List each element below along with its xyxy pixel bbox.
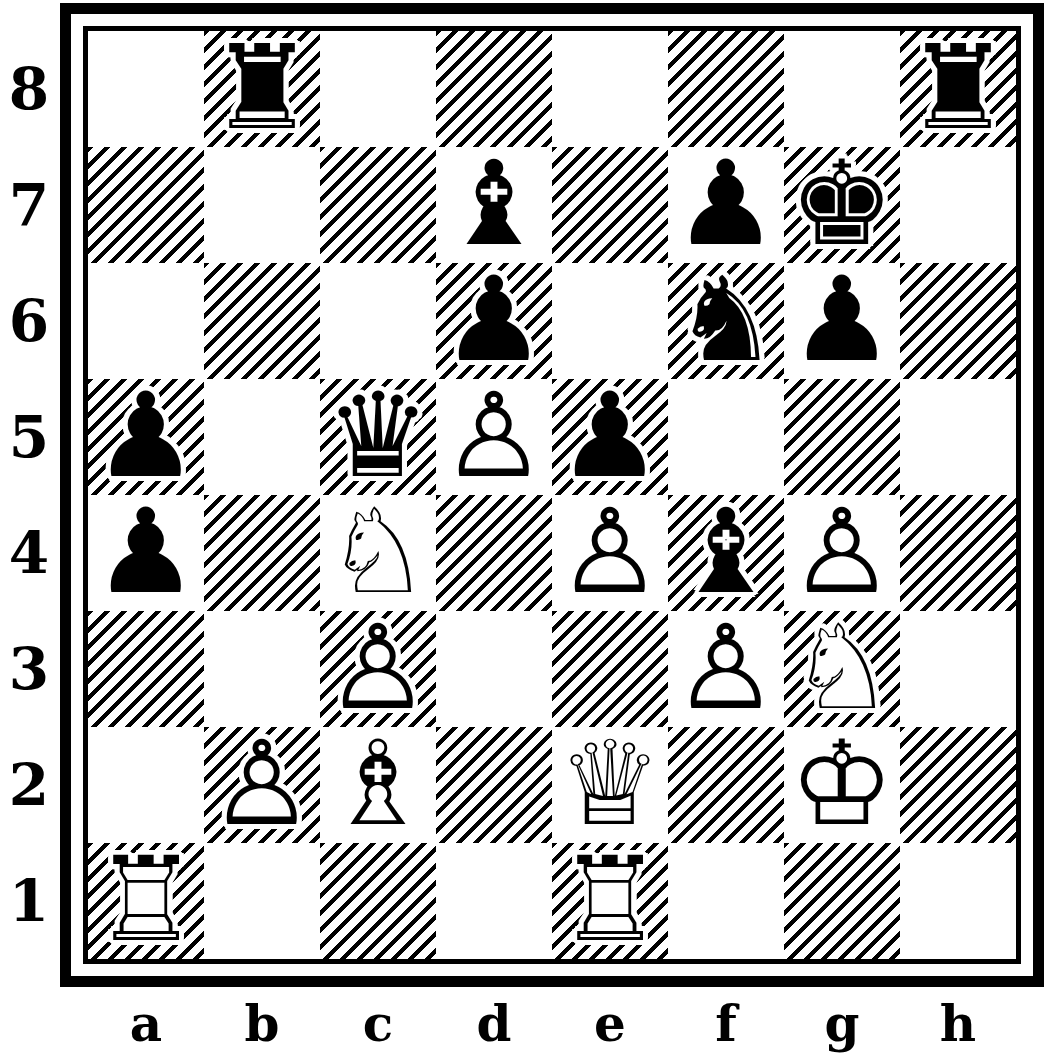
board-frame: ♜♜♜♜♝♝♟♟♚♚♟♟♞♞♟♟♟♟♛♛♟♙♟♟♟♟♞♘♟♙♝♝♟♙♟♙♟♙♞♘… [60, 3, 1044, 987]
black-pawn-d6: ♟♟ [436, 263, 552, 379]
square-c1[interactable] [320, 843, 436, 959]
square-b6[interactable] [204, 263, 320, 379]
white-knight-c4: ♞♘ [320, 495, 436, 611]
square-g8[interactable] [784, 31, 900, 147]
white-pawn-g4: ♟♙ [784, 495, 900, 611]
white-rook-e1: ♜♖ [552, 843, 668, 959]
white-rook-icon: ♖ [552, 843, 668, 959]
black-pawn-f7: ♟♟ [668, 147, 784, 263]
square-c6[interactable] [320, 263, 436, 379]
square-d8[interactable] [436, 31, 552, 147]
white-pawn-icon: ♙ [204, 727, 320, 843]
file-label-f: f [668, 990, 784, 1056]
square-c7[interactable] [320, 147, 436, 263]
black-rook-icon: ♜ [204, 31, 320, 147]
rank-label-1: 1 [0, 843, 58, 959]
square-h1[interactable] [900, 843, 1016, 959]
rank-label-3: 3 [0, 611, 58, 727]
rank-label-7: 7 [0, 147, 58, 263]
board-inner-border: ♜♜♜♜♝♝♟♟♚♚♟♟♞♞♟♟♟♟♛♛♟♙♟♟♟♟♞♘♟♙♝♝♟♙♟♙♟♙♞♘… [83, 26, 1021, 964]
black-king-g7: ♚♚ [784, 147, 900, 263]
black-queen-icon: ♛ [320, 379, 436, 495]
rank-label-8: 8 [0, 31, 58, 147]
square-e5[interactable]: ♟♟ [552, 379, 668, 495]
square-g2[interactable]: ♚♔ [784, 727, 900, 843]
black-pawn-e5: ♟♟ [552, 379, 668, 495]
square-h6[interactable] [900, 263, 1016, 379]
white-pawn-e4: ♟♙ [552, 495, 668, 611]
square-a6[interactable] [88, 263, 204, 379]
square-f6[interactable]: ♞♞ [668, 263, 784, 379]
square-f4[interactable]: ♝♝ [668, 495, 784, 611]
black-king-icon: ♚ [784, 147, 900, 263]
square-a2[interactable] [88, 727, 204, 843]
square-a1[interactable]: ♜♖ [88, 843, 204, 959]
square-f1[interactable] [668, 843, 784, 959]
black-pawn-a5: ♟♟ [88, 379, 204, 495]
white-pawn-icon: ♙ [668, 611, 784, 727]
white-knight-g3: ♞♘ [784, 611, 900, 727]
white-knight-icon: ♘ [784, 611, 900, 727]
black-pawn-icon: ♟ [784, 263, 900, 379]
black-pawn-icon: ♟ [436, 263, 552, 379]
white-queen-icon: ♕ [552, 727, 668, 843]
square-d1[interactable] [436, 843, 552, 959]
white-pawn-icon: ♙ [552, 495, 668, 611]
black-rook-icon: ♜ [900, 31, 1016, 147]
square-d3[interactable] [436, 611, 552, 727]
square-h5[interactable] [900, 379, 1016, 495]
square-g7[interactable]: ♚♚ [784, 147, 900, 263]
square-e8[interactable] [552, 31, 668, 147]
white-pawn-b2: ♟♙ [204, 727, 320, 843]
file-label-e: e [552, 990, 668, 1056]
square-b7[interactable] [204, 147, 320, 263]
square-d6[interactable]: ♟♟ [436, 263, 552, 379]
white-bishop-c2: ♝♗ [320, 727, 436, 843]
square-b2[interactable]: ♟♙ [204, 727, 320, 843]
rank-label-6: 6 [0, 263, 58, 379]
square-d7[interactable]: ♝♝ [436, 147, 552, 263]
white-pawn-d5: ♟♙ [436, 379, 552, 495]
square-g5[interactable] [784, 379, 900, 495]
square-b8[interactable]: ♜♜ [204, 31, 320, 147]
square-c8[interactable] [320, 31, 436, 147]
square-e6[interactable] [552, 263, 668, 379]
white-pawn-icon: ♙ [320, 611, 436, 727]
square-f2[interactable] [668, 727, 784, 843]
square-b1[interactable] [204, 843, 320, 959]
square-a7[interactable] [88, 147, 204, 263]
black-knight-f6: ♞♞ [668, 263, 784, 379]
black-bishop-icon: ♝ [436, 147, 552, 263]
rank-label-2: 2 [0, 727, 58, 843]
file-labels: abcdefgh [88, 990, 1016, 1056]
square-a5[interactable]: ♟♟ [88, 379, 204, 495]
square-b4[interactable] [204, 495, 320, 611]
square-h3[interactable] [900, 611, 1016, 727]
square-g1[interactable] [784, 843, 900, 959]
square-e1[interactable]: ♜♖ [552, 843, 668, 959]
square-g6[interactable]: ♟♟ [784, 263, 900, 379]
white-knight-icon: ♘ [320, 495, 436, 611]
file-label-c: c [320, 990, 436, 1056]
black-pawn-a4: ♟♟ [88, 495, 204, 611]
black-bishop-icon: ♝ [668, 495, 784, 611]
rank-label-4: 4 [0, 495, 58, 611]
white-rook-a1: ♜♖ [88, 843, 204, 959]
white-pawn-c3: ♟♙ [320, 611, 436, 727]
black-rook-h8: ♜♜ [900, 31, 1016, 147]
square-e7[interactable] [552, 147, 668, 263]
square-e2[interactable]: ♛♕ [552, 727, 668, 843]
black-bishop-d7: ♝♝ [436, 147, 552, 263]
square-f7[interactable]: ♟♟ [668, 147, 784, 263]
square-e4[interactable]: ♟♙ [552, 495, 668, 611]
black-pawn-g6: ♟♟ [784, 263, 900, 379]
black-rook-b8: ♜♜ [204, 31, 320, 147]
square-f3[interactable]: ♟♙ [668, 611, 784, 727]
black-pawn-icon: ♟ [88, 379, 204, 495]
white-pawn-icon: ♙ [784, 495, 900, 611]
white-queen-e2: ♛♕ [552, 727, 668, 843]
square-e3[interactable] [552, 611, 668, 727]
black-bishop-f4: ♝♝ [668, 495, 784, 611]
square-a3[interactable] [88, 611, 204, 727]
file-label-a: a [88, 990, 204, 1056]
square-d5[interactable]: ♟♙ [436, 379, 552, 495]
square-c2[interactable]: ♝♗ [320, 727, 436, 843]
square-b5[interactable] [204, 379, 320, 495]
square-d4[interactable] [436, 495, 552, 611]
file-label-d: d [436, 990, 552, 1056]
square-h2[interactable] [900, 727, 1016, 843]
square-g4[interactable]: ♟♙ [784, 495, 900, 611]
square-h4[interactable] [900, 495, 1016, 611]
square-c5[interactable]: ♛♛ [320, 379, 436, 495]
square-c3[interactable]: ♟♙ [320, 611, 436, 727]
black-knight-icon: ♞ [668, 263, 784, 379]
black-pawn-icon: ♟ [668, 147, 784, 263]
rank-label-5: 5 [0, 379, 58, 495]
white-bishop-icon: ♗ [320, 727, 436, 843]
black-pawn-icon: ♟ [552, 379, 668, 495]
square-a8[interactable] [88, 31, 204, 147]
file-label-g: g [784, 990, 900, 1056]
white-king-g2: ♚♔ [784, 727, 900, 843]
black-queen-c5: ♛♛ [320, 379, 436, 495]
black-pawn-icon: ♟ [88, 495, 204, 611]
square-g3[interactable]: ♞♘ [784, 611, 900, 727]
white-rook-icon: ♖ [88, 843, 204, 959]
white-pawn-f3: ♟♙ [668, 611, 784, 727]
white-pawn-icon: ♙ [436, 379, 552, 495]
square-h8[interactable]: ♜♜ [900, 31, 1016, 147]
square-f8[interactable] [668, 31, 784, 147]
chess-diagram: 87654321 ♜♜♜♜♝♝♟♟♚♚♟♟♞♞♟♟♟♟♛♛♟♙♟♟♟♟♞♘♟♙♝… [0, 0, 1045, 1059]
white-king-icon: ♔ [784, 727, 900, 843]
square-b3[interactable] [204, 611, 320, 727]
square-a4[interactable]: ♟♟ [88, 495, 204, 611]
square-c4[interactable]: ♞♘ [320, 495, 436, 611]
file-label-b: b [204, 990, 320, 1056]
square-f5[interactable] [668, 379, 784, 495]
square-h7[interactable] [900, 147, 1016, 263]
chess-board: ♜♜♜♜♝♝♟♟♚♚♟♟♞♞♟♟♟♟♛♛♟♙♟♟♟♟♞♘♟♙♝♝♟♙♟♙♟♙♞♘… [88, 31, 1016, 959]
square-d2[interactable] [436, 727, 552, 843]
rank-labels: 87654321 [0, 31, 58, 959]
file-label-h: h [900, 990, 1016, 1056]
